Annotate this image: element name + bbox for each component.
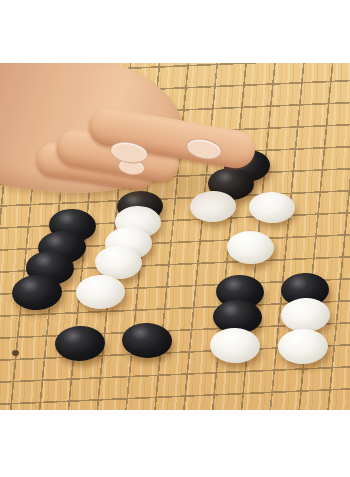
white-stone <box>278 328 329 364</box>
go-board-photo <box>0 63 350 410</box>
top-white-border <box>0 0 350 63</box>
star-point <box>12 350 19 356</box>
product-photo <box>0 0 350 477</box>
white-stone <box>75 275 125 310</box>
bottom-white-border <box>0 410 350 477</box>
